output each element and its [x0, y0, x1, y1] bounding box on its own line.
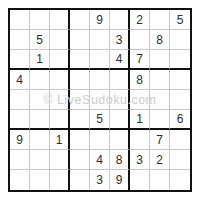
cell-r5-c4[interactable] — [70, 90, 90, 110]
cell-r2-c8[interactable]: 8 — [150, 30, 170, 50]
cell-r6-c5[interactable]: 5 — [90, 110, 110, 130]
cell-r5-c3[interactable] — [50, 90, 70, 110]
cell-r9-c6[interactable]: 9 — [110, 170, 130, 190]
cell-r3-c5[interactable] — [90, 50, 110, 70]
cell-r2-c2[interactable]: 5 — [30, 30, 50, 50]
cell-r5-c5[interactable] — [90, 90, 110, 110]
cell-r4-c2[interactable] — [30, 70, 50, 90]
cell-r8-c7[interactable]: 3 — [130, 150, 150, 170]
cell-r1-c4[interactable] — [70, 10, 90, 30]
cell-r4-c7[interactable]: 8 — [130, 70, 150, 90]
cell-r9-c8[interactable] — [150, 170, 170, 190]
cell-r9-c5[interactable]: 3 — [90, 170, 110, 190]
cell-r7-c2[interactable] — [30, 130, 50, 150]
cell-r5-c8[interactable] — [150, 90, 170, 110]
cell-r8-c2[interactable] — [30, 150, 50, 170]
cell-r6-c6[interactable] — [110, 110, 130, 130]
cell-r3-c9[interactable] — [170, 50, 190, 70]
cell-r8-c4[interactable] — [70, 150, 90, 170]
cell-r7-c4[interactable] — [70, 130, 90, 150]
cell-r4-c9[interactable] — [170, 70, 190, 90]
cell-r5-c7[interactable] — [130, 90, 150, 110]
cell-r4-c6[interactable] — [110, 70, 130, 90]
cell-r4-c1[interactable]: 4 — [10, 70, 30, 90]
cell-r7-c8[interactable]: 7 — [150, 130, 170, 150]
cell-r1-c6[interactable] — [110, 10, 130, 30]
cell-r2-c3[interactable] — [50, 30, 70, 50]
cell-r5-c2[interactable] — [30, 90, 50, 110]
cell-r7-c5[interactable] — [90, 130, 110, 150]
cell-r9-c3[interactable] — [50, 170, 70, 190]
cell-r8-c5[interactable]: 4 — [90, 150, 110, 170]
cell-r8-c6[interactable]: 8 — [110, 150, 130, 170]
cell-r4-c3[interactable] — [50, 70, 70, 90]
cell-r6-c3[interactable] — [50, 110, 70, 130]
cell-r2-c1[interactable] — [10, 30, 30, 50]
cell-r1-c7[interactable]: 2 — [130, 10, 150, 30]
cell-r1-c1[interactable] — [10, 10, 30, 30]
cell-r7-c6[interactable] — [110, 130, 130, 150]
cell-r1-c8[interactable] — [150, 10, 170, 30]
cell-r3-c4[interactable] — [70, 50, 90, 70]
cell-r5-c9[interactable] — [170, 90, 190, 110]
cell-r9-c9[interactable] — [170, 170, 190, 190]
cell-r3-c1[interactable] — [10, 50, 30, 70]
cell-r5-c1[interactable] — [10, 90, 30, 110]
cell-r2-c7[interactable] — [130, 30, 150, 50]
cell-r2-c9[interactable] — [170, 30, 190, 50]
cell-r8-c9[interactable] — [170, 150, 190, 170]
cell-r5-c6[interactable] — [110, 90, 130, 110]
cell-r4-c5[interactable] — [90, 70, 110, 90]
cell-r7-c3[interactable]: 1 — [50, 130, 70, 150]
cell-r4-c4[interactable] — [70, 70, 90, 90]
cell-r9-c7[interactable] — [130, 170, 150, 190]
cell-r8-c1[interactable] — [10, 150, 30, 170]
cell-r3-c6[interactable]: 4 — [110, 50, 130, 70]
cell-r3-c2[interactable]: 1 — [30, 50, 50, 70]
cell-r2-c6[interactable]: 3 — [110, 30, 130, 50]
cell-r8-c8[interactable]: 2 — [150, 150, 170, 170]
cell-r7-c7[interactable] — [130, 130, 150, 150]
cell-r6-c2[interactable] — [30, 110, 50, 130]
cell-r1-c9[interactable]: 5 — [170, 10, 190, 30]
cell-r3-c8[interactable] — [150, 50, 170, 70]
cell-r2-c5[interactable] — [90, 30, 110, 50]
cell-r6-c7[interactable]: 1 — [130, 110, 150, 130]
cell-r6-c8[interactable] — [150, 110, 170, 130]
cell-r3-c3[interactable] — [50, 50, 70, 70]
cell-r7-c1[interactable]: 9 — [10, 130, 30, 150]
sudoku-page: 92553814748516917483239 © LiveSudoku.com — [0, 0, 200, 200]
cell-r6-c1[interactable] — [10, 110, 30, 130]
cell-r9-c2[interactable] — [30, 170, 50, 190]
sudoku-board: 92553814748516917483239 — [10, 10, 190, 190]
cell-r9-c4[interactable] — [70, 170, 90, 190]
cell-r9-c1[interactable] — [10, 170, 30, 190]
cell-r1-c5[interactable]: 9 — [90, 10, 110, 30]
cell-r6-c4[interactable] — [70, 110, 90, 130]
cell-r3-c7[interactable]: 7 — [130, 50, 150, 70]
cell-r7-c9[interactable] — [170, 130, 190, 150]
cell-r4-c8[interactable] — [150, 70, 170, 90]
cell-r2-c4[interactable] — [70, 30, 90, 50]
cell-r1-c3[interactable] — [50, 10, 70, 30]
cell-r6-c9[interactable]: 6 — [170, 110, 190, 130]
cell-r1-c2[interactable] — [30, 10, 50, 30]
sudoku-board-frame: 92553814748516917483239 © LiveSudoku.com — [8, 8, 192, 192]
cell-r8-c3[interactable] — [50, 150, 70, 170]
